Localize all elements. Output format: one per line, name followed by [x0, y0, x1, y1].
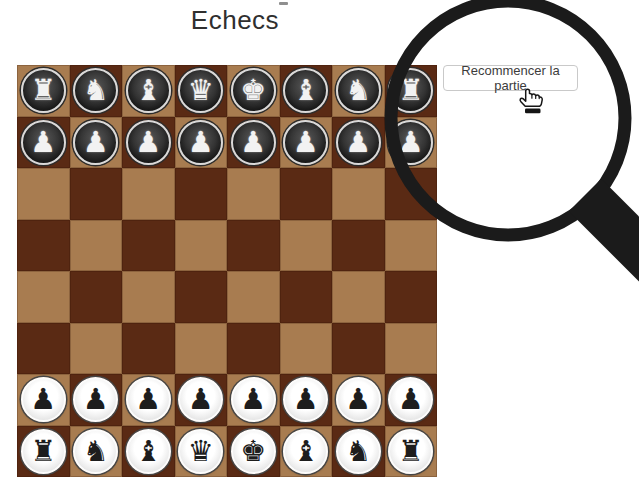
square-b2[interactable]: ♟: [70, 374, 123, 426]
square-d1[interactable]: ♛: [175, 426, 228, 478]
square-c3[interactable]: [122, 323, 175, 375]
piece-black-king[interactable]: ♚: [231, 68, 276, 113]
square-a1[interactable]: ♜: [17, 426, 70, 478]
square-h6[interactable]: [385, 168, 438, 220]
square-g1[interactable]: ♞: [332, 426, 385, 478]
square-d3[interactable]: [175, 323, 228, 375]
piece-black-pawn[interactable]: ♟: [283, 120, 328, 165]
square-e2[interactable]: ♟: [227, 374, 280, 426]
square-a4[interactable]: [17, 271, 70, 323]
square-f3[interactable]: [280, 323, 333, 375]
piece-black-pawn[interactable]: ♟: [21, 120, 66, 165]
piece-white-king[interactable]: ♚: [231, 429, 276, 474]
piece-black-bishop[interactable]: ♝: [283, 68, 328, 113]
square-e4[interactable]: [227, 271, 280, 323]
piece-white-pawn[interactable]: ♟: [178, 377, 223, 422]
piece-black-pawn[interactable]: ♟: [73, 120, 118, 165]
piece-white-pawn[interactable]: ♟: [388, 377, 433, 422]
square-g6[interactable]: [332, 168, 385, 220]
square-h8[interactable]: ♜: [385, 65, 438, 117]
square-a7[interactable]: ♟: [17, 117, 70, 169]
piece-black-pawn[interactable]: ♟: [336, 120, 381, 165]
piece-black-rook[interactable]: ♜: [388, 68, 433, 113]
square-c5[interactable]: [122, 220, 175, 272]
square-d4[interactable]: [175, 271, 228, 323]
square-d2[interactable]: ♟: [175, 374, 228, 426]
square-d6[interactable]: [175, 168, 228, 220]
square-e6[interactable]: [227, 168, 280, 220]
square-g3[interactable]: [332, 323, 385, 375]
square-b4[interactable]: [70, 271, 123, 323]
square-f6[interactable]: [280, 168, 333, 220]
square-g5[interactable]: [332, 220, 385, 272]
square-g7[interactable]: ♟: [332, 117, 385, 169]
square-b7[interactable]: ♟: [70, 117, 123, 169]
piece-black-pawn[interactable]: ♟: [178, 120, 223, 165]
square-g2[interactable]: ♟: [332, 374, 385, 426]
square-d8[interactable]: ♛: [175, 65, 228, 117]
page-title: Echecs: [0, 5, 470, 36]
square-c8[interactable]: ♝: [122, 65, 175, 117]
square-c7[interactable]: ♟: [122, 117, 175, 169]
square-b5[interactable]: [70, 220, 123, 272]
piece-white-pawn[interactable]: ♟: [21, 377, 66, 422]
square-f5[interactable]: [280, 220, 333, 272]
square-a6[interactable]: [17, 168, 70, 220]
square-f7[interactable]: ♟: [280, 117, 333, 169]
square-c1[interactable]: ♝: [122, 426, 175, 478]
square-a5[interactable]: [17, 220, 70, 272]
piece-black-knight[interactable]: ♞: [73, 68, 118, 113]
piece-white-bishop[interactable]: ♝: [283, 429, 328, 474]
square-b3[interactable]: [70, 323, 123, 375]
square-e8[interactable]: ♚: [227, 65, 280, 117]
square-d7[interactable]: ♟: [175, 117, 228, 169]
square-f2[interactable]: ♟: [280, 374, 333, 426]
piece-white-pawn[interactable]: ♟: [336, 377, 381, 422]
square-d5[interactable]: [175, 220, 228, 272]
piece-white-rook[interactable]: ♜: [21, 429, 66, 474]
square-g8[interactable]: ♞: [332, 65, 385, 117]
piece-black-pawn[interactable]: ♟: [231, 120, 276, 165]
square-h2[interactable]: ♟: [385, 374, 438, 426]
square-e3[interactable]: [227, 323, 280, 375]
square-f1[interactable]: ♝: [280, 426, 333, 478]
square-h3[interactable]: [385, 323, 438, 375]
piece-black-bishop[interactable]: ♝: [126, 68, 171, 113]
restart-game-button[interactable]: Recommencer la partie: [443, 65, 578, 91]
piece-white-rook[interactable]: ♜: [388, 429, 433, 474]
piece-white-pawn[interactable]: ♟: [126, 377, 171, 422]
piece-white-bishop[interactable]: ♝: [126, 429, 171, 474]
square-h4[interactable]: [385, 271, 438, 323]
piece-white-pawn[interactable]: ♟: [73, 377, 118, 422]
square-h7[interactable]: ♟: [385, 117, 438, 169]
square-a8[interactable]: ♜: [17, 65, 70, 117]
square-c6[interactable]: [122, 168, 175, 220]
piece-black-knight[interactable]: ♞: [336, 68, 381, 113]
piece-white-queen[interactable]: ♛: [178, 429, 223, 474]
square-c2[interactable]: ♟: [122, 374, 175, 426]
square-a3[interactable]: [17, 323, 70, 375]
square-f4[interactable]: [280, 271, 333, 323]
square-b1[interactable]: ♞: [70, 426, 123, 478]
piece-black-queen[interactable]: ♛: [178, 68, 223, 113]
square-b8[interactable]: ♞: [70, 65, 123, 117]
square-c4[interactable]: [122, 271, 175, 323]
chess-board: ♜♞♝♛♚♝♞♜♟♟♟♟♟♟♟♟♟♟♟♟♟♟♟♟♜♞♝♛♚♝♞♜: [17, 65, 437, 477]
piece-white-knight[interactable]: ♞: [336, 429, 381, 474]
piece-black-rook[interactable]: ♜: [21, 68, 66, 113]
piece-black-pawn[interactable]: ♟: [388, 120, 433, 165]
hand-pointer-cursor-icon: [514, 87, 550, 117]
square-g4[interactable]: [332, 271, 385, 323]
piece-white-knight[interactable]: ♞: [73, 429, 118, 474]
piece-white-pawn[interactable]: ♟: [231, 377, 276, 422]
square-f8[interactable]: ♝: [280, 65, 333, 117]
square-b6[interactable]: [70, 168, 123, 220]
square-e1[interactable]: ♚: [227, 426, 280, 478]
magnifier-handle: [585, 195, 639, 380]
piece-white-pawn[interactable]: ♟: [283, 377, 328, 422]
square-h1[interactable]: ♜: [385, 426, 438, 478]
square-e7[interactable]: ♟: [227, 117, 280, 169]
square-e5[interactable]: [227, 220, 280, 272]
piece-black-pawn[interactable]: ♟: [126, 120, 171, 165]
stray-dash-artifact: [279, 2, 288, 5]
square-h5[interactable]: [385, 220, 438, 272]
square-a2[interactable]: ♟: [17, 374, 70, 426]
